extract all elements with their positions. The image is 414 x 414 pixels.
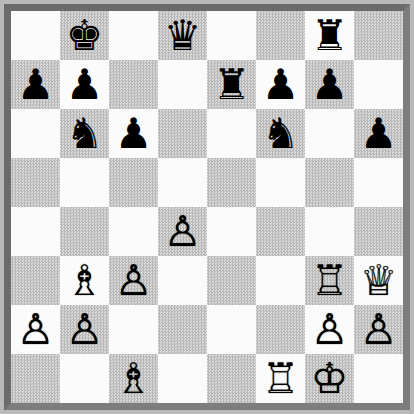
board-frame: ♚♛♜♟♟♜♟♟♞♟♞♟♙♗♙♖♕♙♙♙♙♗♖♔ [4, 4, 410, 410]
white-queen-piece: ♕ [360, 256, 398, 305]
square-g2[interactable]: ♙ [305, 305, 354, 354]
square-b5[interactable] [60, 158, 109, 207]
black-queen-piece: ♛ [164, 11, 202, 60]
black-pawn-piece: ♟ [115, 109, 153, 158]
square-d1[interactable] [158, 354, 207, 403]
square-b4[interactable] [60, 207, 109, 256]
square-d8[interactable]: ♛ [158, 11, 207, 60]
white-pawn-piece: ♙ [360, 305, 398, 354]
square-d3[interactable] [158, 256, 207, 305]
square-e5[interactable] [207, 158, 256, 207]
black-pawn-piece: ♟ [311, 60, 349, 109]
white-bishop-piece: ♗ [115, 354, 153, 403]
square-g1[interactable]: ♔ [305, 354, 354, 403]
square-a7[interactable]: ♟ [11, 60, 60, 109]
square-c1[interactable]: ♗ [109, 354, 158, 403]
square-c2[interactable] [109, 305, 158, 354]
chess-diagram: ♚♛♜♟♟♜♟♟♞♟♞♟♙♗♙♖♕♙♙♙♙♗♖♔ [0, 0, 414, 414]
square-a1[interactable] [11, 354, 60, 403]
square-a2[interactable]: ♙ [11, 305, 60, 354]
square-f4[interactable] [256, 207, 305, 256]
square-g5[interactable] [305, 158, 354, 207]
square-f7[interactable]: ♟ [256, 60, 305, 109]
square-h5[interactable] [354, 158, 403, 207]
square-f2[interactable] [256, 305, 305, 354]
square-c8[interactable] [109, 11, 158, 60]
square-c5[interactable] [109, 158, 158, 207]
square-e4[interactable] [207, 207, 256, 256]
square-f8[interactable] [256, 11, 305, 60]
square-d6[interactable] [158, 109, 207, 158]
square-h1[interactable] [354, 354, 403, 403]
square-b2[interactable]: ♙ [60, 305, 109, 354]
square-h4[interactable] [354, 207, 403, 256]
square-d4[interactable]: ♙ [158, 207, 207, 256]
white-pawn-piece: ♙ [115, 256, 153, 305]
square-c6[interactable]: ♟ [109, 109, 158, 158]
square-b3[interactable]: ♗ [60, 256, 109, 305]
square-a4[interactable] [11, 207, 60, 256]
square-e8[interactable] [207, 11, 256, 60]
square-g6[interactable] [305, 109, 354, 158]
black-pawn-piece: ♟ [17, 60, 55, 109]
black-pawn-piece: ♟ [66, 60, 104, 109]
square-e2[interactable] [207, 305, 256, 354]
white-bishop-piece: ♗ [66, 256, 104, 305]
square-b6[interactable]: ♞ [60, 109, 109, 158]
square-a8[interactable] [11, 11, 60, 60]
square-f3[interactable] [256, 256, 305, 305]
square-f1[interactable]: ♖ [256, 354, 305, 403]
white-pawn-piece: ♙ [311, 305, 349, 354]
square-d5[interactable] [158, 158, 207, 207]
square-h7[interactable] [354, 60, 403, 109]
square-b7[interactable]: ♟ [60, 60, 109, 109]
black-rook-piece: ♜ [213, 60, 251, 109]
square-g4[interactable] [305, 207, 354, 256]
square-c4[interactable] [109, 207, 158, 256]
white-king-piece: ♔ [311, 354, 349, 403]
square-a6[interactable] [11, 109, 60, 158]
square-g8[interactable]: ♜ [305, 11, 354, 60]
square-h6[interactable]: ♟ [354, 109, 403, 158]
square-a3[interactable] [11, 256, 60, 305]
square-h3[interactable]: ♕ [354, 256, 403, 305]
black-knight-piece: ♞ [66, 109, 104, 158]
white-pawn-piece: ♙ [66, 305, 104, 354]
square-c7[interactable] [109, 60, 158, 109]
square-g3[interactable]: ♖ [305, 256, 354, 305]
square-e6[interactable] [207, 109, 256, 158]
black-king-piece: ♚ [66, 11, 104, 60]
square-f6[interactable]: ♞ [256, 109, 305, 158]
white-rook-piece: ♖ [311, 256, 349, 305]
square-e1[interactable] [207, 354, 256, 403]
square-a5[interactable] [11, 158, 60, 207]
square-d2[interactable] [158, 305, 207, 354]
square-g7[interactable]: ♟ [305, 60, 354, 109]
square-b1[interactable] [60, 354, 109, 403]
square-b8[interactable]: ♚ [60, 11, 109, 60]
black-pawn-piece: ♟ [262, 60, 300, 109]
black-knight-piece: ♞ [262, 109, 300, 158]
white-pawn-piece: ♙ [17, 305, 55, 354]
white-pawn-piece: ♙ [164, 207, 202, 256]
square-e7[interactable]: ♜ [207, 60, 256, 109]
square-h8[interactable] [354, 11, 403, 60]
square-h2[interactable]: ♙ [354, 305, 403, 354]
square-e3[interactable] [207, 256, 256, 305]
black-rook-piece: ♜ [311, 11, 349, 60]
black-pawn-piece: ♟ [360, 109, 398, 158]
chess-board: ♚♛♜♟♟♜♟♟♞♟♞♟♙♗♙♖♕♙♙♙♙♗♖♔ [11, 11, 403, 403]
square-f5[interactable] [256, 158, 305, 207]
square-c3[interactable]: ♙ [109, 256, 158, 305]
square-d7[interactable] [158, 60, 207, 109]
white-rook-piece: ♖ [262, 354, 300, 403]
